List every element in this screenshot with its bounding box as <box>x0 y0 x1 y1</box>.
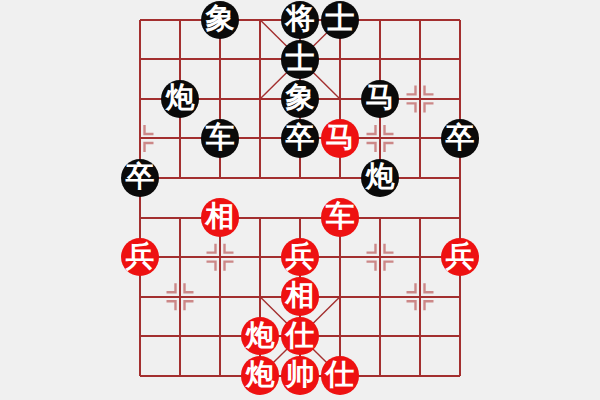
board-cell: 将 <box>280 0 320 40</box>
board-cell: 兵 <box>440 237 480 277</box>
black-advisor[interactable]: 士 <box>321 1 360 40</box>
board-cell: 炮 <box>240 356 280 396</box>
black-soldier[interactable]: 卒 <box>441 119 480 158</box>
piece-glyph: 士 <box>326 4 355 33</box>
piece-glyph: 炮 <box>366 162 395 191</box>
black-horse[interactable]: 马 <box>361 80 400 119</box>
piece-glyph: 卒 <box>126 162 155 191</box>
piece-glyph: 相 <box>206 202 235 231</box>
board-cell: 马 <box>320 119 360 159</box>
board-intersections: 象将士士炮象马车卒马卒卒炮相车兵兵兵相炮仕炮帅仕 <box>120 0 480 396</box>
board-cell: 卒 <box>280 119 320 159</box>
board-cell: 炮 <box>360 158 400 198</box>
piece-glyph: 兵 <box>286 242 315 271</box>
red-general[interactable]: 帅 <box>281 356 320 395</box>
black-cannon[interactable]: 炮 <box>161 80 200 119</box>
board-cell: 炮 <box>160 79 200 119</box>
board-cell: 相 <box>200 198 240 238</box>
board-cell: 车 <box>320 198 360 238</box>
black-cannon[interactable]: 炮 <box>361 159 400 198</box>
board-cell: 相 <box>280 277 320 317</box>
xiangqi-board: 象将士士炮象马车卒马卒卒炮相车兵兵兵相炮仕炮帅仕 <box>0 0 600 400</box>
board-cell: 象 <box>280 79 320 119</box>
piece-glyph: 帅 <box>286 360 315 389</box>
piece-glyph: 炮 <box>246 321 275 350</box>
black-advisor[interactable]: 士 <box>281 40 320 79</box>
piece-glyph: 车 <box>326 202 355 231</box>
board-cell: 象 <box>200 0 240 40</box>
board-cell: 帅 <box>280 356 320 396</box>
red-soldier[interactable]: 兵 <box>121 238 160 277</box>
board-cell: 马 <box>360 79 400 119</box>
red-cannon[interactable]: 炮 <box>241 317 280 356</box>
piece-glyph: 仕 <box>286 321 315 350</box>
red-advisor[interactable]: 仕 <box>321 356 360 395</box>
board-cell: 士 <box>280 40 320 80</box>
red-soldier[interactable]: 兵 <box>281 238 320 277</box>
black-elephant[interactable]: 象 <box>281 80 320 119</box>
board-cell: 士 <box>320 0 360 40</box>
piece-glyph: 马 <box>366 83 395 112</box>
board-cell: 车 <box>200 119 240 159</box>
piece-glyph: 象 <box>286 83 315 112</box>
board-cell: 卒 <box>120 158 160 198</box>
piece-glyph: 兵 <box>126 242 155 271</box>
board-cell: 仕 <box>320 356 360 396</box>
piece-glyph: 炮 <box>246 360 275 389</box>
black-chariot[interactable]: 车 <box>201 119 240 158</box>
piece-glyph: 将 <box>286 4 315 33</box>
red-cannon[interactable]: 炮 <box>241 356 280 395</box>
red-horse[interactable]: 马 <box>321 119 360 158</box>
black-general[interactable]: 将 <box>281 1 320 40</box>
red-elephant[interactable]: 相 <box>281 277 320 316</box>
red-chariot[interactable]: 车 <box>321 198 360 237</box>
board-cell: 卒 <box>440 119 480 159</box>
piece-glyph: 士 <box>286 44 315 73</box>
piece-glyph: 仕 <box>326 360 355 389</box>
red-soldier[interactable]: 兵 <box>441 238 480 277</box>
black-elephant[interactable]: 象 <box>201 1 240 40</box>
board-cell: 兵 <box>120 237 160 277</box>
piece-glyph: 卒 <box>286 123 315 152</box>
black-soldier[interactable]: 卒 <box>121 159 160 198</box>
black-soldier[interactable]: 卒 <box>281 119 320 158</box>
piece-glyph: 兵 <box>446 242 475 271</box>
board-cell: 炮 <box>240 316 280 356</box>
board-cell: 仕 <box>280 316 320 356</box>
red-advisor[interactable]: 仕 <box>281 317 320 356</box>
red-elephant[interactable]: 相 <box>201 198 240 237</box>
piece-glyph: 车 <box>206 123 235 152</box>
piece-glyph: 卒 <box>446 123 475 152</box>
piece-glyph: 马 <box>326 123 355 152</box>
piece-glyph: 象 <box>206 4 235 33</box>
piece-glyph: 相 <box>286 281 315 310</box>
piece-glyph: 炮 <box>166 83 195 112</box>
board-cell: 兵 <box>280 237 320 277</box>
